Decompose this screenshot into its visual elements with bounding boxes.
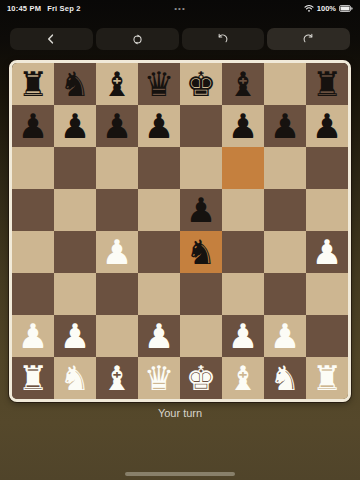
turn-indicator: Your turn	[0, 407, 360, 419]
square-e4[interactable]: ♞	[180, 231, 222, 273]
clock-time: 10:45 PM	[7, 4, 41, 13]
piece-white-rook: ♜	[18, 357, 48, 399]
square-e1[interactable]: ♚	[180, 357, 222, 399]
square-d4[interactable]	[138, 231, 180, 273]
square-a4[interactable]	[12, 231, 54, 273]
flip-board-button[interactable]	[96, 28, 179, 50]
piece-black-pawn: ♟	[228, 105, 258, 147]
piece-black-bishop: ♝	[102, 63, 132, 105]
piece-black-pawn: ♟	[144, 105, 174, 147]
square-h6[interactable]	[306, 147, 348, 189]
square-b3[interactable]	[54, 273, 96, 315]
square-h3[interactable]	[306, 273, 348, 315]
square-a8[interactable]: ♜	[12, 63, 54, 105]
square-c4[interactable]: ♟	[96, 231, 138, 273]
undo-icon	[216, 33, 229, 46]
piece-black-pawn: ♟	[312, 105, 342, 147]
redo-button[interactable]	[267, 28, 350, 50]
piece-white-bishop: ♝	[228, 357, 258, 399]
square-f4[interactable]	[222, 231, 264, 273]
square-g2[interactable]: ♟	[264, 315, 306, 357]
piece-black-bishop: ♝	[228, 63, 258, 105]
battery-percent: 100%	[317, 4, 336, 13]
square-f6[interactable]	[222, 147, 264, 189]
wifi-icon	[304, 4, 314, 12]
chess-board: ♜♞♝♛♚♝♜♟♟♟♟♟♟♟♟♟♞♟♟♟♟♟♟♜♞♝♛♚♝♞♜	[12, 63, 348, 399]
back-button[interactable]	[10, 28, 93, 50]
piece-black-knight: ♞	[60, 63, 90, 105]
square-b4[interactable]	[54, 231, 96, 273]
square-h5[interactable]	[306, 189, 348, 231]
toolbar	[10, 28, 350, 50]
square-h8[interactable]: ♜	[306, 63, 348, 105]
square-c2[interactable]	[96, 315, 138, 357]
square-c8[interactable]: ♝	[96, 63, 138, 105]
piece-white-pawn: ♟	[312, 231, 342, 273]
square-d5[interactable]	[138, 189, 180, 231]
square-f8[interactable]: ♝	[222, 63, 264, 105]
square-e6[interactable]	[180, 147, 222, 189]
piece-white-pawn: ♟	[18, 315, 48, 357]
piece-black-pawn: ♟	[102, 105, 132, 147]
piece-white-king: ♚	[186, 357, 216, 399]
square-a7[interactable]: ♟	[12, 105, 54, 147]
piece-white-pawn: ♟	[60, 315, 90, 357]
piece-black-pawn: ♟	[18, 105, 48, 147]
square-g6[interactable]	[264, 147, 306, 189]
status-center-dots: •••	[174, 4, 185, 13]
piece-black-pawn: ♟	[186, 189, 216, 231]
square-b2[interactable]: ♟	[54, 315, 96, 357]
square-g5[interactable]	[264, 189, 306, 231]
piece-black-pawn: ♟	[60, 105, 90, 147]
square-e2[interactable]	[180, 315, 222, 357]
piece-white-knight: ♞	[60, 357, 90, 399]
square-b1[interactable]: ♞	[54, 357, 96, 399]
square-b8[interactable]: ♞	[54, 63, 96, 105]
piece-black-rook: ♜	[312, 63, 342, 105]
status-bar: 10:45 PM Fri Sep 2 ••• 100%	[0, 0, 360, 16]
square-f1[interactable]: ♝	[222, 357, 264, 399]
piece-white-rook: ♜	[312, 357, 342, 399]
square-a5[interactable]	[12, 189, 54, 231]
square-g7[interactable]: ♟	[264, 105, 306, 147]
square-g8[interactable]	[264, 63, 306, 105]
piece-black-knight: ♞	[186, 231, 216, 273]
square-d6[interactable]	[138, 147, 180, 189]
piece-white-pawn: ♟	[102, 231, 132, 273]
square-b6[interactable]	[54, 147, 96, 189]
square-c1[interactable]: ♝	[96, 357, 138, 399]
square-a3[interactable]	[12, 273, 54, 315]
chevron-left-icon	[44, 32, 58, 46]
square-c7[interactable]: ♟	[96, 105, 138, 147]
clock-date: Fri Sep 2	[47, 4, 80, 13]
square-h7[interactable]: ♟	[306, 105, 348, 147]
square-d7[interactable]: ♟	[138, 105, 180, 147]
piece-white-pawn: ♟	[144, 315, 174, 357]
piece-black-rook: ♜	[18, 63, 48, 105]
square-b5[interactable]	[54, 189, 96, 231]
battery-icon	[339, 5, 353, 12]
square-f5[interactable]	[222, 189, 264, 231]
piece-white-queen: ♛	[144, 357, 174, 399]
square-d8[interactable]: ♛	[138, 63, 180, 105]
square-c6[interactable]	[96, 147, 138, 189]
square-d1[interactable]: ♛	[138, 357, 180, 399]
chess-board-frame: ♜♞♝♛♚♝♜♟♟♟♟♟♟♟♟♟♞♟♟♟♟♟♟♜♞♝♛♚♝♞♜	[9, 60, 351, 402]
square-c3[interactable]	[96, 273, 138, 315]
redo-icon	[302, 33, 315, 46]
square-g1[interactable]: ♞	[264, 357, 306, 399]
piece-black-queen: ♛	[144, 63, 174, 105]
square-e3[interactable]	[180, 273, 222, 315]
square-h4[interactable]: ♟	[306, 231, 348, 273]
square-g3[interactable]	[264, 273, 306, 315]
piece-white-knight: ♞	[270, 357, 300, 399]
square-f2[interactable]: ♟	[222, 315, 264, 357]
square-e5[interactable]: ♟	[180, 189, 222, 231]
undo-button[interactable]	[182, 28, 265, 50]
square-f7[interactable]: ♟	[222, 105, 264, 147]
square-e8[interactable]: ♚	[180, 63, 222, 105]
rotate-icon	[131, 33, 144, 46]
piece-white-pawn: ♟	[228, 315, 258, 357]
square-d3[interactable]	[138, 273, 180, 315]
square-h2[interactable]	[306, 315, 348, 357]
square-f3[interactable]	[222, 273, 264, 315]
piece-black-pawn: ♟	[270, 105, 300, 147]
square-h1[interactable]: ♜	[306, 357, 348, 399]
square-c5[interactable]	[96, 189, 138, 231]
square-g4[interactable]	[264, 231, 306, 273]
square-a1[interactable]: ♜	[12, 357, 54, 399]
square-a2[interactable]: ♟	[12, 315, 54, 357]
square-d2[interactable]: ♟	[138, 315, 180, 357]
piece-white-bishop: ♝	[102, 357, 132, 399]
piece-black-king: ♚	[186, 63, 216, 105]
square-b7[interactable]: ♟	[54, 105, 96, 147]
piece-white-pawn: ♟	[270, 315, 300, 357]
home-indicator[interactable]	[125, 472, 235, 476]
square-a6[interactable]	[12, 147, 54, 189]
square-e7[interactable]	[180, 105, 222, 147]
